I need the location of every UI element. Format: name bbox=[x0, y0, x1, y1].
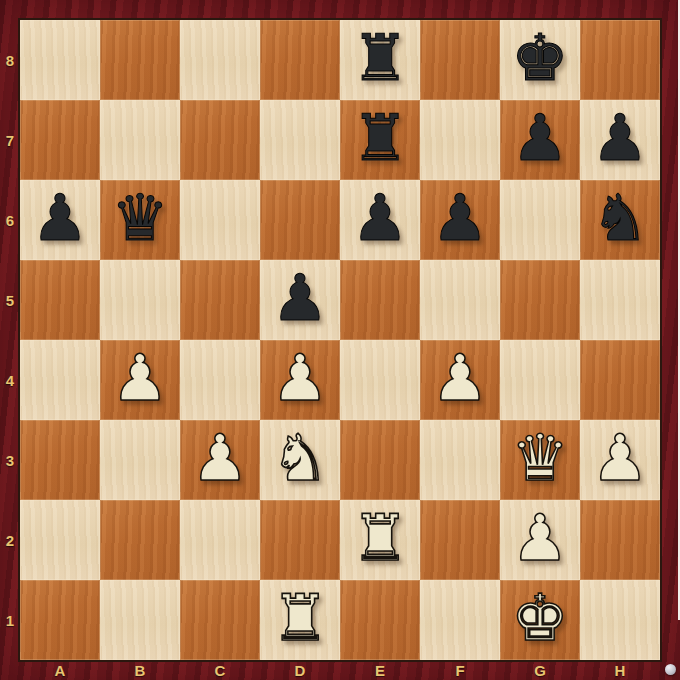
square-f5[interactable] bbox=[420, 260, 500, 340]
square-e7[interactable]: ♜ bbox=[340, 100, 420, 180]
piece-black-rook[interactable]: ♜ bbox=[351, 26, 408, 90]
square-a6[interactable]: ♟ bbox=[20, 180, 100, 260]
square-b3[interactable] bbox=[100, 420, 180, 500]
square-e2[interactable]: ♜ bbox=[340, 500, 420, 580]
piece-white-pawn[interactable]: ♟ bbox=[591, 426, 648, 490]
piece-white-queen[interactable]: ♛ bbox=[511, 426, 568, 490]
square-b8[interactable] bbox=[100, 20, 180, 100]
square-f7[interactable] bbox=[420, 100, 500, 180]
piece-white-knight[interactable]: ♞ bbox=[271, 426, 328, 490]
square-c6[interactable] bbox=[180, 180, 260, 260]
piece-black-pawn[interactable]: ♟ bbox=[431, 186, 488, 250]
square-d4[interactable]: ♟ bbox=[260, 340, 340, 420]
square-d6[interactable] bbox=[260, 180, 340, 260]
square-d8[interactable] bbox=[260, 20, 340, 100]
file-label-b: B bbox=[100, 660, 180, 680]
square-f8[interactable] bbox=[420, 20, 500, 100]
square-c5[interactable] bbox=[180, 260, 260, 340]
square-a5[interactable] bbox=[20, 260, 100, 340]
square-h7[interactable]: ♟ bbox=[580, 100, 660, 180]
square-b2[interactable] bbox=[100, 500, 180, 580]
square-g4[interactable] bbox=[500, 340, 580, 420]
file-label-f: F bbox=[420, 660, 500, 680]
square-f6[interactable]: ♟ bbox=[420, 180, 500, 260]
piece-white-rook[interactable]: ♜ bbox=[351, 506, 408, 570]
chess-board: ♜♚♜♟♟♟♛♟♟♞♟♟♟♟♟♞♛♟♜♟♜♚ bbox=[20, 20, 660, 660]
square-b7[interactable] bbox=[100, 100, 180, 180]
piece-black-pawn[interactable]: ♟ bbox=[351, 186, 408, 250]
piece-white-rook[interactable]: ♜ bbox=[271, 586, 328, 650]
square-e4[interactable] bbox=[340, 340, 420, 420]
square-h5[interactable] bbox=[580, 260, 660, 340]
square-f2[interactable] bbox=[420, 500, 500, 580]
square-c8[interactable] bbox=[180, 20, 260, 100]
square-c4[interactable] bbox=[180, 340, 260, 420]
piece-white-pawn[interactable]: ♟ bbox=[511, 506, 568, 570]
rank-label-6: 6 bbox=[0, 180, 20, 260]
square-e1[interactable] bbox=[340, 580, 420, 660]
corner-dot bbox=[665, 664, 676, 675]
square-c3[interactable]: ♟ bbox=[180, 420, 260, 500]
square-a1[interactable] bbox=[20, 580, 100, 660]
rank-label-5: 5 bbox=[0, 260, 20, 340]
piece-white-pawn[interactable]: ♟ bbox=[191, 426, 248, 490]
file-label-e: E bbox=[340, 660, 420, 680]
square-h2[interactable] bbox=[580, 500, 660, 580]
piece-white-pawn[interactable]: ♟ bbox=[431, 346, 488, 410]
square-c2[interactable] bbox=[180, 500, 260, 580]
square-d5[interactable]: ♟ bbox=[260, 260, 340, 340]
square-c7[interactable] bbox=[180, 100, 260, 180]
square-a7[interactable] bbox=[20, 100, 100, 180]
rank-labels: 87654321 bbox=[0, 20, 20, 660]
square-d1[interactable]: ♜ bbox=[260, 580, 340, 660]
square-a2[interactable] bbox=[20, 500, 100, 580]
piece-black-pawn[interactable]: ♟ bbox=[31, 186, 88, 250]
square-e6[interactable]: ♟ bbox=[340, 180, 420, 260]
file-label-c: C bbox=[180, 660, 260, 680]
square-d3[interactable]: ♞ bbox=[260, 420, 340, 500]
rank-label-4: 4 bbox=[0, 340, 20, 420]
file-label-h: H bbox=[580, 660, 660, 680]
board-frame: ♜♚♜♟♟♟♛♟♟♞♟♟♟♟♟♞♛♟♜♟♜♚ 87654321 ABCDEFGH bbox=[0, 0, 680, 680]
square-g8[interactable]: ♚ bbox=[500, 20, 580, 100]
square-h3[interactable]: ♟ bbox=[580, 420, 660, 500]
square-e8[interactable]: ♜ bbox=[340, 20, 420, 100]
square-b4[interactable]: ♟ bbox=[100, 340, 180, 420]
piece-black-queen[interactable]: ♛ bbox=[111, 186, 168, 250]
square-e3[interactable] bbox=[340, 420, 420, 500]
piece-black-pawn[interactable]: ♟ bbox=[591, 106, 648, 170]
square-d2[interactable] bbox=[260, 500, 340, 580]
square-g7[interactable]: ♟ bbox=[500, 100, 580, 180]
square-b1[interactable] bbox=[100, 580, 180, 660]
square-g3[interactable]: ♛ bbox=[500, 420, 580, 500]
square-f4[interactable]: ♟ bbox=[420, 340, 500, 420]
piece-black-pawn[interactable]: ♟ bbox=[511, 106, 568, 170]
file-label-d: D bbox=[260, 660, 340, 680]
rank-label-7: 7 bbox=[0, 100, 20, 180]
square-h1[interactable] bbox=[580, 580, 660, 660]
piece-white-pawn[interactable]: ♟ bbox=[271, 346, 328, 410]
file-label-a: A bbox=[20, 660, 100, 680]
square-c1[interactable] bbox=[180, 580, 260, 660]
square-g6[interactable] bbox=[500, 180, 580, 260]
square-g1[interactable]: ♚ bbox=[500, 580, 580, 660]
rank-label-2: 2 bbox=[0, 500, 20, 580]
square-a8[interactable] bbox=[20, 20, 100, 100]
piece-black-knight[interactable]: ♞ bbox=[591, 186, 648, 250]
piece-black-rook[interactable]: ♜ bbox=[351, 106, 408, 170]
square-f3[interactable] bbox=[420, 420, 500, 500]
square-f1[interactable] bbox=[420, 580, 500, 660]
piece-white-king[interactable]: ♚ bbox=[511, 586, 568, 650]
square-a4[interactable] bbox=[20, 340, 100, 420]
square-b6[interactable]: ♛ bbox=[100, 180, 180, 260]
file-label-g: G bbox=[500, 660, 580, 680]
file-labels: ABCDEFGH bbox=[20, 660, 660, 680]
square-g2[interactable]: ♟ bbox=[500, 500, 580, 580]
square-h6[interactable]: ♞ bbox=[580, 180, 660, 260]
square-g5[interactable] bbox=[500, 260, 580, 340]
square-e5[interactable] bbox=[340, 260, 420, 340]
square-d7[interactable] bbox=[260, 100, 340, 180]
piece-black-pawn[interactable]: ♟ bbox=[271, 266, 328, 330]
rank-label-1: 1 bbox=[0, 580, 20, 660]
square-b5[interactable] bbox=[100, 260, 180, 340]
piece-white-pawn[interactable]: ♟ bbox=[111, 346, 168, 410]
square-a3[interactable] bbox=[20, 420, 100, 500]
piece-black-king[interactable]: ♚ bbox=[511, 26, 568, 90]
rank-label-3: 3 bbox=[0, 420, 20, 500]
square-h4[interactable] bbox=[580, 340, 660, 420]
square-h8[interactable] bbox=[580, 20, 660, 100]
rank-label-8: 8 bbox=[0, 20, 20, 100]
